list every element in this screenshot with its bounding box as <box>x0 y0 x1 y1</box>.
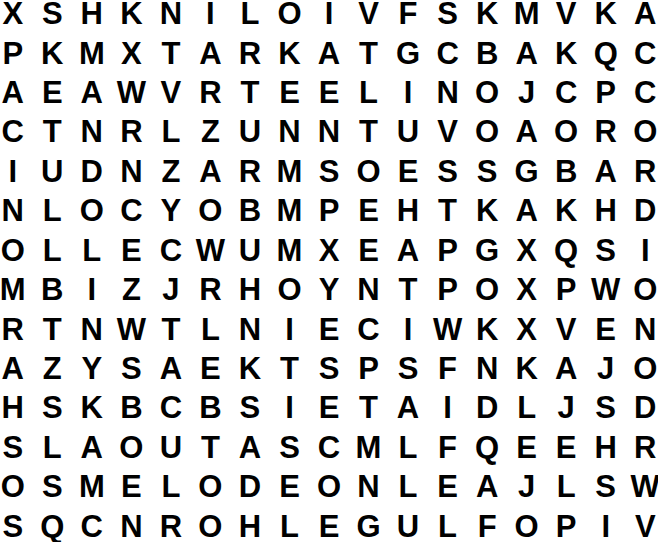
grid-cell-r1c16[interactable]: K <box>586 0 626 33</box>
grid-cell-r3c13[interactable]: O <box>467 73 507 112</box>
grid-cell-r10c6[interactable]: E <box>191 349 231 388</box>
grid-cell-r2c2[interactable]: K <box>33 33 73 72</box>
grid-cell-r11c15[interactable]: J <box>546 388 586 427</box>
grid-cell-r3c16[interactable]: P <box>586 73 626 112</box>
grid-cell-r10c13[interactable]: N <box>467 349 507 388</box>
grid-cell-r2c5[interactable]: T <box>151 33 191 72</box>
grid-cell-r7c15[interactable]: Q <box>546 231 586 270</box>
grid-cell-r5c16[interactable]: A <box>586 152 626 191</box>
grid-cell-r7c14[interactable]: X <box>507 231 547 270</box>
grid-cell-r13c10[interactable]: N <box>349 467 389 506</box>
grid-cell-r3c11[interactable]: I <box>388 73 428 112</box>
grid-cell-r6c4[interactable]: C <box>112 191 152 230</box>
grid-cell-r4c1[interactable]: C <box>0 112 33 151</box>
grid-cell-r5c8[interactable]: M <box>270 152 310 191</box>
grid-cell-r7c9[interactable]: X <box>309 231 349 270</box>
grid-cell-r3c5[interactable]: V <box>151 73 191 112</box>
grid-cell-r9c4[interactable]: W <box>112 309 152 348</box>
grid-cell-r5c6[interactable]: A <box>191 152 231 191</box>
grid-cell-r1c10[interactable]: V <box>349 0 389 33</box>
grid-cell-r14c14[interactable]: O <box>507 507 547 542</box>
grid-cell-r2c14[interactable]: A <box>507 33 547 72</box>
grid-cell-r13c12[interactable]: E <box>428 467 468 506</box>
grid-cell-r4c7[interactable]: U <box>230 112 270 151</box>
grid-cell-r5c15[interactable]: B <box>546 152 586 191</box>
grid-cell-r6c9[interactable]: P <box>309 191 349 230</box>
grid-cell-r9c1[interactable]: R <box>0 309 33 348</box>
grid-cell-r8c1[interactable]: M <box>0 270 33 309</box>
grid-cell-r8c12[interactable]: P <box>428 270 468 309</box>
grid-cell-r8c13[interactable]: O <box>467 270 507 309</box>
grid-cell-r12c7[interactable]: A <box>230 428 270 467</box>
grid-cell-r13c5[interactable]: L <box>151 467 191 506</box>
grid-cell-r6c3[interactable]: O <box>72 191 112 230</box>
grid-cell-r12c4[interactable]: O <box>112 428 152 467</box>
grid-cell-r7c7[interactable]: U <box>230 231 270 270</box>
grid-cell-r8c17[interactable]: O <box>625 270 658 309</box>
grid-cell-r6c15[interactable]: K <box>546 191 586 230</box>
grid-cell-r2c11[interactable]: G <box>388 33 428 72</box>
grid-cell-r13c1[interactable]: O <box>0 467 33 506</box>
grid-cell-r7c8[interactable]: M <box>270 231 310 270</box>
grid-cell-r14c13[interactable]: F <box>467 507 507 542</box>
grid-cell-r10c17[interactable]: O <box>625 349 658 388</box>
grid-cell-r2c4[interactable]: X <box>112 33 152 72</box>
grid-cell-r12c5[interactable]: U <box>151 428 191 467</box>
grid-cell-r6c14[interactable]: A <box>507 191 547 230</box>
grid-cell-r4c17[interactable]: O <box>625 112 658 151</box>
grid-cell-r13c11[interactable]: L <box>388 467 428 506</box>
grid-cell-r3c6[interactable]: R <box>191 73 231 112</box>
grid-cell-r1c4[interactable]: K <box>112 0 152 33</box>
grid-cell-r13c4[interactable]: E <box>112 467 152 506</box>
grid-cell-r2c17[interactable]: C <box>625 33 658 72</box>
grid-cell-r4c15[interactable]: O <box>546 112 586 151</box>
grid-cell-r5c7[interactable]: R <box>230 152 270 191</box>
grid-cell-r6c5[interactable]: Y <box>151 191 191 230</box>
grid-cell-r7c10[interactable]: E <box>349 231 389 270</box>
grid-cell-r4c6[interactable]: Z <box>191 112 231 151</box>
grid-cell-r7c3[interactable]: L <box>72 231 112 270</box>
grid-cell-r1c9[interactable]: I <box>309 0 349 33</box>
grid-cell-r9c16[interactable]: E <box>586 309 626 348</box>
grid-cell-r12c17[interactable]: R <box>625 428 658 467</box>
grid-cell-r12c12[interactable]: F <box>428 428 468 467</box>
grid-cell-r12c14[interactable]: E <box>507 428 547 467</box>
grid-cell-r10c10[interactable]: P <box>349 349 389 388</box>
grid-cell-r8c10[interactable]: N <box>349 270 389 309</box>
grid-cell-r10c9[interactable]: S <box>309 349 349 388</box>
grid-cell-r11c9[interactable]: E <box>309 388 349 427</box>
grid-cell-r12c9[interactable]: C <box>309 428 349 467</box>
grid-cell-r13c3[interactable]: M <box>72 467 112 506</box>
grid-cell-r13c14[interactable]: J <box>507 467 547 506</box>
grid-cell-r9c10[interactable]: C <box>349 309 389 348</box>
grid-cell-r6c12[interactable]: T <box>428 191 468 230</box>
grid-cell-r5c1[interactable]: I <box>0 152 33 191</box>
grid-cell-r10c8[interactable]: T <box>270 349 310 388</box>
grid-cell-r8c6[interactable]: R <box>191 270 231 309</box>
grid-cell-r2c7[interactable]: R <box>230 33 270 72</box>
grid-cell-r10c5[interactable]: A <box>151 349 191 388</box>
grid-cell-r11c14[interactable]: L <box>507 388 547 427</box>
grid-cell-r9c12[interactable]: W <box>428 309 468 348</box>
grid-cell-r9c11[interactable]: I <box>388 309 428 348</box>
grid-cell-r4c16[interactable]: R <box>586 112 626 151</box>
grid-cell-r3c17[interactable]: C <box>625 73 658 112</box>
grid-cell-r1c2[interactable]: S <box>33 0 73 33</box>
grid-cell-r9c8[interactable]: I <box>270 309 310 348</box>
grid-cell-r8c7[interactable]: H <box>230 270 270 309</box>
grid-cell-r13c8[interactable]: E <box>270 467 310 506</box>
grid-cell-r1c14[interactable]: M <box>507 0 547 33</box>
grid-cell-r6c1[interactable]: N <box>0 191 33 230</box>
grid-cell-r12c6[interactable]: T <box>191 428 231 467</box>
grid-cell-r10c1[interactable]: A <box>0 349 33 388</box>
grid-cell-r11c17[interactable]: D <box>625 388 658 427</box>
grid-cell-r11c1[interactable]: H <box>0 388 33 427</box>
grid-cell-r4c8[interactable]: N <box>270 112 310 151</box>
grid-cell-r14c17[interactable]: V <box>625 507 658 542</box>
grid-cell-r4c13[interactable]: O <box>467 112 507 151</box>
grid-cell-r14c2[interactable]: Q <box>33 507 73 542</box>
grid-cell-r8c4[interactable]: Z <box>112 270 152 309</box>
grid-cell-r5c10[interactable]: O <box>349 152 389 191</box>
grid-cell-r3c7[interactable]: T <box>230 73 270 112</box>
grid-cell-r1c11[interactable]: F <box>388 0 428 33</box>
grid-cell-r5c11[interactable]: E <box>388 152 428 191</box>
grid-cell-r9c15[interactable]: V <box>546 309 586 348</box>
grid-cell-r1c15[interactable]: V <box>546 0 586 33</box>
grid-cell-r9c2[interactable]: T <box>33 309 73 348</box>
grid-cell-r10c2[interactable]: Z <box>33 349 73 388</box>
grid-cell-r2c6[interactable]: A <box>191 33 231 72</box>
grid-cell-r10c15[interactable]: A <box>546 349 586 388</box>
grid-cell-r11c7[interactable]: S <box>230 388 270 427</box>
grid-cell-r5c12[interactable]: S <box>428 152 468 191</box>
grid-cell-r11c2[interactable]: S <box>33 388 73 427</box>
grid-cell-r14c4[interactable]: N <box>112 507 152 542</box>
grid-cell-r7c12[interactable]: P <box>428 231 468 270</box>
word-search-board: XSHKNILOIVFSKMVKAPKMXTARKATGCBAKQCAEAWVR… <box>0 0 658 542</box>
grid-cell-r6c17[interactable]: D <box>625 191 658 230</box>
grid-cell-r9c13[interactable]: K <box>467 309 507 348</box>
grid-cell-r2c8[interactable]: K <box>270 33 310 72</box>
grid-cell-r4c12[interactable]: V <box>428 112 468 151</box>
grid-cell-r14c9[interactable]: E <box>309 507 349 542</box>
grid-cell-r3c2[interactable]: E <box>33 73 73 112</box>
grid-cell-r12c15[interactable]: E <box>546 428 586 467</box>
grid-cell-r11c10[interactable]: T <box>349 388 389 427</box>
grid-cell-r11c4[interactable]: B <box>112 388 152 427</box>
grid-cell-r3c15[interactable]: C <box>546 73 586 112</box>
grid-cell-r2c9[interactable]: A <box>309 33 349 72</box>
grid-cell-r1c12[interactable]: S <box>428 0 468 33</box>
grid-cell-r12c16[interactable]: H <box>586 428 626 467</box>
grid-cell-r5c9[interactable]: S <box>309 152 349 191</box>
grid-cell-r10c7[interactable]: K <box>230 349 270 388</box>
grid-cell-r6c11[interactable]: H <box>388 191 428 230</box>
grid-cell-r7c16[interactable]: S <box>586 231 626 270</box>
grid-cell-r8c9[interactable]: Y <box>309 270 349 309</box>
grid-cell-r13c13[interactable]: A <box>467 467 507 506</box>
grid-cell-r12c3[interactable]: A <box>72 428 112 467</box>
grid-cell-r7c13[interactable]: G <box>467 231 507 270</box>
grid-cell-r12c10[interactable]: M <box>349 428 389 467</box>
grid-cell-r13c7[interactable]: D <box>230 467 270 506</box>
grid-cell-r9c14[interactable]: X <box>507 309 547 348</box>
grid-cell-r3c12[interactable]: N <box>428 73 468 112</box>
grid-cell-r6c13[interactable]: K <box>467 191 507 230</box>
grid-cell-r10c3[interactable]: Y <box>72 349 112 388</box>
grid-cell-r8c5[interactable]: J <box>151 270 191 309</box>
grid-cell-r11c11[interactable]: A <box>388 388 428 427</box>
grid-cell-r13c16[interactable]: S <box>586 467 626 506</box>
grid-cell-r3c1[interactable]: A <box>0 73 33 112</box>
grid-cell-r14c10[interactable]: G <box>349 507 389 542</box>
grid-cell-r6c6[interactable]: O <box>191 191 231 230</box>
grid-cell-r2c12[interactable]: C <box>428 33 468 72</box>
grid-cell-r4c5[interactable]: L <box>151 112 191 151</box>
grid-cell-r6c7[interactable]: B <box>230 191 270 230</box>
grid-cell-r13c6[interactable]: O <box>191 467 231 506</box>
grid-cell-r1c13[interactable]: K <box>467 0 507 33</box>
grid-cell-r5c17[interactable]: R <box>625 152 658 191</box>
grid-cell-r11c3[interactable]: K <box>72 388 112 427</box>
grid-cell-r3c10[interactable]: L <box>349 73 389 112</box>
grid-cell-r8c14[interactable]: X <box>507 270 547 309</box>
grid-cell-r7c1[interactable]: O <box>0 231 33 270</box>
grid-cell-r3c8[interactable]: E <box>270 73 310 112</box>
grid-cell-r4c2[interactable]: T <box>33 112 73 151</box>
grid-cell-r10c14[interactable]: K <box>507 349 547 388</box>
grid-cell-r14c7[interactable]: H <box>230 507 270 542</box>
grid-cell-r2c3[interactable]: M <box>72 33 112 72</box>
grid-cell-r14c11[interactable]: U <box>388 507 428 542</box>
grid-cell-r4c3[interactable]: N <box>72 112 112 151</box>
grid-cell-r8c16[interactable]: W <box>586 270 626 309</box>
grid-cell-r9c17[interactable]: N <box>625 309 658 348</box>
grid-cell-r12c8[interactable]: S <box>270 428 310 467</box>
grid-cell-r3c9[interactable]: E <box>309 73 349 112</box>
grid-cell-r2c10[interactable]: T <box>349 33 389 72</box>
grid-cell-r7c11[interactable]: A <box>388 231 428 270</box>
grid-cell-r6c10[interactable]: E <box>349 191 389 230</box>
grid-cell-r1c7[interactable]: L <box>230 0 270 33</box>
grid-cell-r11c8[interactable]: I <box>270 388 310 427</box>
grid-cell-r10c4[interactable]: S <box>112 349 152 388</box>
grid-cell-r4c14[interactable]: A <box>507 112 547 151</box>
word-search-grid: XSHKNILOIVFSKMVKAPKMXTARKATGCBAKQCAEAWVR… <box>0 0 658 542</box>
grid-cell-r12c13[interactable]: Q <box>467 428 507 467</box>
grid-cell-r7c17[interactable]: I <box>625 231 658 270</box>
grid-cell-r1c3[interactable]: H <box>72 0 112 33</box>
grid-cell-r9c7[interactable]: N <box>230 309 270 348</box>
grid-cell-r3c4[interactable]: W <box>112 73 152 112</box>
grid-cell-r4c4[interactable]: R <box>112 112 152 151</box>
grid-cell-r9c6[interactable]: L <box>191 309 231 348</box>
grid-cell-r14c16[interactable]: I <box>586 507 626 542</box>
grid-cell-r8c3[interactable]: I <box>72 270 112 309</box>
grid-cell-r3c14[interactable]: J <box>507 73 547 112</box>
grid-cell-r8c15[interactable]: P <box>546 270 586 309</box>
grid-cell-r10c12[interactable]: F <box>428 349 468 388</box>
grid-cell-r1c17[interactable]: A <box>625 0 658 33</box>
grid-cell-r8c8[interactable]: O <box>270 270 310 309</box>
grid-cell-r10c16[interactable]: J <box>586 349 626 388</box>
grid-cell-r14c12[interactable]: L <box>428 507 468 542</box>
grid-cell-r3c3[interactable]: A <box>72 73 112 112</box>
grid-cell-r6c16[interactable]: H <box>586 191 626 230</box>
grid-cell-r4c11[interactable]: U <box>388 112 428 151</box>
grid-cell-r12c11[interactable]: L <box>388 428 428 467</box>
grid-cell-r1c5[interactable]: N <box>151 0 191 33</box>
grid-cell-r5c5[interactable]: Z <box>151 152 191 191</box>
grid-cell-r13c17[interactable]: W <box>625 467 658 506</box>
grid-cell-r11c13[interactable]: D <box>467 388 507 427</box>
grid-cell-r14c1[interactable]: S <box>0 507 33 542</box>
grid-cell-r1c8[interactable]: O <box>270 0 310 33</box>
grid-cell-r7c4[interactable]: E <box>112 231 152 270</box>
grid-cell-r11c6[interactable]: B <box>191 388 231 427</box>
grid-cell-r6c8[interactable]: M <box>270 191 310 230</box>
grid-cell-r2c15[interactable]: K <box>546 33 586 72</box>
grid-cell-r6c2[interactable]: L <box>33 191 73 230</box>
grid-cell-r5c13[interactable]: S <box>467 152 507 191</box>
grid-cell-r13c2[interactable]: S <box>33 467 73 506</box>
grid-cell-r12c1[interactable]: S <box>0 428 33 467</box>
grid-cell-r1c6[interactable]: I <box>191 0 231 33</box>
grid-cell-r4c10[interactable]: T <box>349 112 389 151</box>
grid-cell-r7c5[interactable]: C <box>151 231 191 270</box>
grid-cell-r8c11[interactable]: T <box>388 270 428 309</box>
grid-cell-r13c9[interactable]: O <box>309 467 349 506</box>
grid-cell-r14c15[interactable]: P <box>546 507 586 542</box>
grid-cell-r5c4[interactable]: N <box>112 152 152 191</box>
grid-cell-r2c1[interactable]: P <box>0 33 33 72</box>
grid-cell-r12c2[interactable]: L <box>33 428 73 467</box>
grid-cell-r2c16[interactable]: Q <box>586 33 626 72</box>
grid-cell-r9c5[interactable]: T <box>151 309 191 348</box>
grid-cell-r2c13[interactable]: B <box>467 33 507 72</box>
grid-cell-r7c6[interactable]: W <box>191 231 231 270</box>
grid-cell-r4c9[interactable]: N <box>309 112 349 151</box>
grid-cell-r5c14[interactable]: G <box>507 152 547 191</box>
grid-cell-r13c15[interactable]: L <box>546 467 586 506</box>
grid-cell-r10c11[interactable]: S <box>388 349 428 388</box>
grid-cell-r11c5[interactable]: C <box>151 388 191 427</box>
grid-cell-r8c2[interactable]: B <box>33 270 73 309</box>
grid-cell-r14c5[interactable]: R <box>151 507 191 542</box>
grid-cell-r5c2[interactable]: U <box>33 152 73 191</box>
grid-cell-r7c2[interactable]: L <box>33 231 73 270</box>
grid-cell-r11c12[interactable]: I <box>428 388 468 427</box>
grid-cell-r14c3[interactable]: C <box>72 507 112 542</box>
grid-cell-r11c16[interactable]: S <box>586 388 626 427</box>
grid-cell-r5c3[interactable]: D <box>72 152 112 191</box>
grid-cell-r9c9[interactable]: E <box>309 309 349 348</box>
grid-cell-r9c3[interactable]: N <box>72 309 112 348</box>
grid-cell-r14c6[interactable]: O <box>191 507 231 542</box>
grid-cell-r1c1[interactable]: X <box>0 0 33 33</box>
grid-cell-r14c8[interactable]: L <box>270 507 310 542</box>
